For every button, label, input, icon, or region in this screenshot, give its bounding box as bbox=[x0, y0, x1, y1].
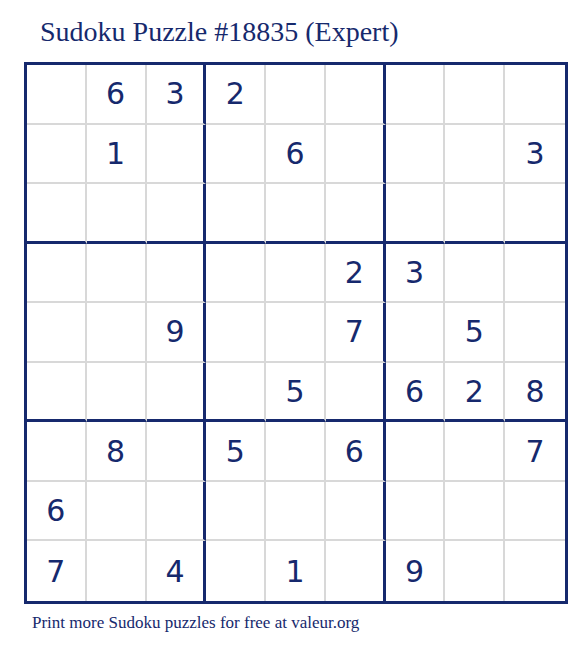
cell-r5c8: 5 bbox=[445, 303, 505, 363]
cell-r2c1 bbox=[27, 125, 87, 185]
cell-r1c7 bbox=[386, 65, 446, 125]
cell-r7c3 bbox=[147, 422, 207, 482]
cell-r3c5 bbox=[266, 184, 326, 244]
cell-r5c7 bbox=[386, 303, 446, 363]
page: Sudoku Puzzle #18835 (Expert) 6321632397… bbox=[0, 0, 580, 651]
cell-r4c3 bbox=[147, 244, 207, 304]
cell-r6c9: 8 bbox=[505, 363, 565, 423]
cell-r4c8 bbox=[445, 244, 505, 304]
footer-text: Print more Sudoku puzzles for free at va… bbox=[32, 613, 359, 633]
cell-r1c1 bbox=[27, 65, 87, 125]
cell-r4c9 bbox=[505, 244, 565, 304]
cell-r1c3: 3 bbox=[147, 65, 207, 125]
cell-r9c4 bbox=[206, 541, 266, 601]
cell-r9c5: 1 bbox=[266, 541, 326, 601]
cell-r2c2: 1 bbox=[87, 125, 147, 185]
cell-r9c6 bbox=[326, 541, 386, 601]
cell-r5c4 bbox=[206, 303, 266, 363]
cell-r1c8 bbox=[445, 65, 505, 125]
cell-r3c6 bbox=[326, 184, 386, 244]
cell-r9c3: 4 bbox=[147, 541, 207, 601]
cell-r7c6: 6 bbox=[326, 422, 386, 482]
cell-r7c4: 5 bbox=[206, 422, 266, 482]
cell-r3c2 bbox=[87, 184, 147, 244]
cell-r1c6 bbox=[326, 65, 386, 125]
cell-r6c5: 5 bbox=[266, 363, 326, 423]
cell-r6c3 bbox=[147, 363, 207, 423]
cell-r2c5: 6 bbox=[266, 125, 326, 185]
cell-r3c7 bbox=[386, 184, 446, 244]
cell-r5c9 bbox=[505, 303, 565, 363]
cell-r7c5 bbox=[266, 422, 326, 482]
cell-r5c3: 9 bbox=[147, 303, 207, 363]
cell-r5c1 bbox=[27, 303, 87, 363]
cell-r3c3 bbox=[147, 184, 207, 244]
cell-r8c9 bbox=[505, 482, 565, 542]
cell-r8c3 bbox=[147, 482, 207, 542]
cell-r2c8 bbox=[445, 125, 505, 185]
cell-r1c5 bbox=[266, 65, 326, 125]
cell-r3c8 bbox=[445, 184, 505, 244]
cell-r4c2 bbox=[87, 244, 147, 304]
cell-r6c4 bbox=[206, 363, 266, 423]
cell-r3c1 bbox=[27, 184, 87, 244]
cell-r8c4 bbox=[206, 482, 266, 542]
cell-r3c4 bbox=[206, 184, 266, 244]
page-title: Sudoku Puzzle #18835 (Expert) bbox=[40, 14, 399, 50]
cell-r6c7: 6 bbox=[386, 363, 446, 423]
cell-r4c1 bbox=[27, 244, 87, 304]
cell-r9c7: 9 bbox=[386, 541, 446, 601]
cell-r1c9 bbox=[505, 65, 565, 125]
cell-r6c6 bbox=[326, 363, 386, 423]
cell-r6c2 bbox=[87, 363, 147, 423]
cell-r8c7 bbox=[386, 482, 446, 542]
cell-r7c9: 7 bbox=[505, 422, 565, 482]
sudoku-grid: 632163239755628856767419 bbox=[24, 62, 568, 604]
cell-r1c2: 6 bbox=[87, 65, 147, 125]
cell-r5c6: 7 bbox=[326, 303, 386, 363]
cell-r5c2 bbox=[87, 303, 147, 363]
cell-r2c9: 3 bbox=[505, 125, 565, 185]
cell-r3c9 bbox=[505, 184, 565, 244]
cell-r9c8 bbox=[445, 541, 505, 601]
cell-r1c4: 2 bbox=[206, 65, 266, 125]
cell-r9c1: 7 bbox=[27, 541, 87, 601]
cell-r4c6: 2 bbox=[326, 244, 386, 304]
cell-r2c7 bbox=[386, 125, 446, 185]
cell-r7c7 bbox=[386, 422, 446, 482]
cell-r5c5 bbox=[266, 303, 326, 363]
cell-r4c4 bbox=[206, 244, 266, 304]
cell-r7c1 bbox=[27, 422, 87, 482]
cell-r6c8: 2 bbox=[445, 363, 505, 423]
cell-r9c9 bbox=[505, 541, 565, 601]
cell-r8c2 bbox=[87, 482, 147, 542]
cell-r9c2 bbox=[87, 541, 147, 601]
cell-r4c5 bbox=[266, 244, 326, 304]
cell-r8c5 bbox=[266, 482, 326, 542]
cell-r6c1 bbox=[27, 363, 87, 423]
cell-r8c8 bbox=[445, 482, 505, 542]
cell-r2c4 bbox=[206, 125, 266, 185]
cell-r8c6 bbox=[326, 482, 386, 542]
cell-r7c8 bbox=[445, 422, 505, 482]
cell-r2c3 bbox=[147, 125, 207, 185]
cell-r2c6 bbox=[326, 125, 386, 185]
cell-r4c7: 3 bbox=[386, 244, 446, 304]
cell-r7c2: 8 bbox=[87, 422, 147, 482]
cell-r8c1: 6 bbox=[27, 482, 87, 542]
